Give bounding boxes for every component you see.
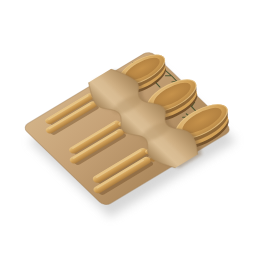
spoon-set-illustration <box>0 0 262 262</box>
product-photo <box>0 0 262 262</box>
